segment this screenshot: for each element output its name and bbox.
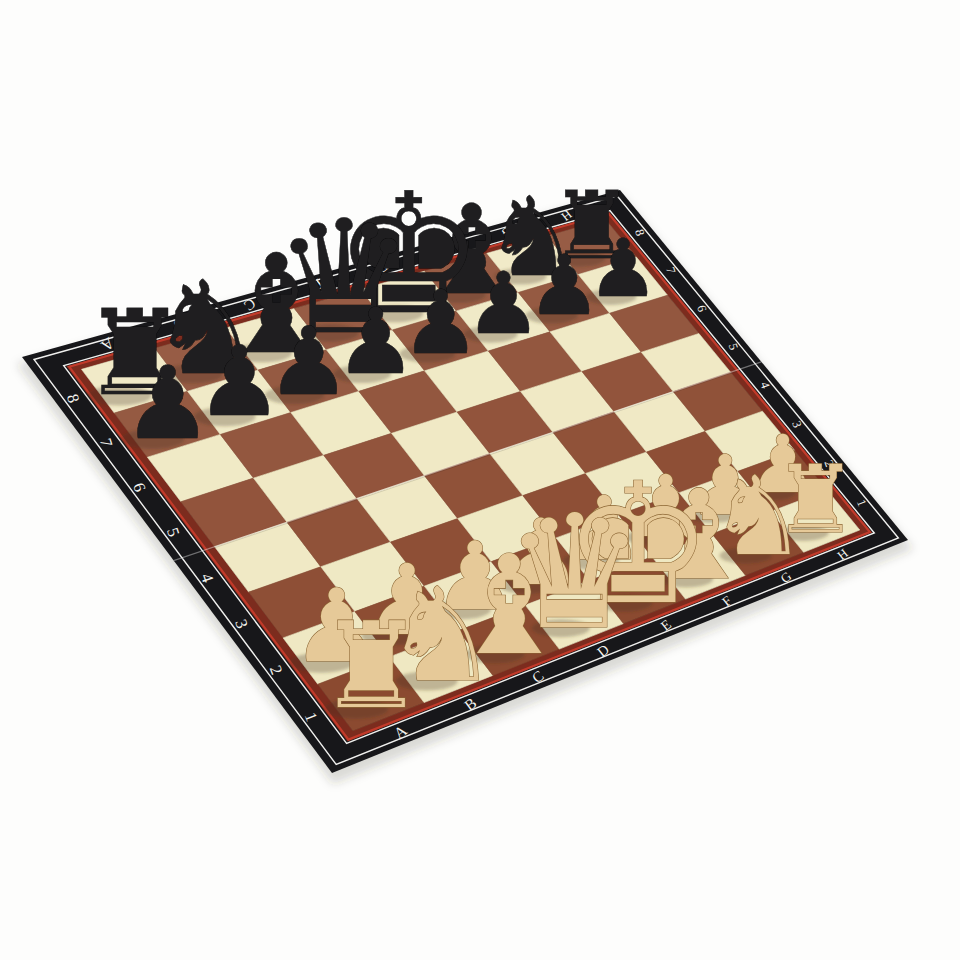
piece-white-rook-a1: ♜ [318,597,425,735]
chessboard: ABCDEFGHABCDEFGH8765432187654321♜♞♝♟♚♟♛♟… [0,0,960,960]
chess-set-product-photo: ABCDEFGHABCDEFGH8765432187654321♜♞♝♟♚♟♛♟… [0,0,960,960]
piece-black-pawn-a7: ♟ [123,344,213,462]
